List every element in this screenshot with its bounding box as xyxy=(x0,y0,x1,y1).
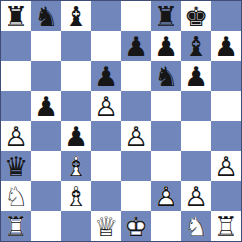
square-c2[interactable]: ♝♗ xyxy=(61,181,91,211)
square-g8[interactable]: ♚ xyxy=(181,1,211,31)
square-b3[interactable] xyxy=(31,151,61,181)
square-e4[interactable]: ♟♙ xyxy=(121,121,151,151)
square-h4[interactable] xyxy=(211,121,241,151)
square-h7[interactable]: ♟ xyxy=(211,31,241,61)
black-pawn-b5: ♟ xyxy=(31,91,61,121)
square-h5[interactable] xyxy=(211,91,241,121)
black-king-g8: ♚ xyxy=(181,1,211,31)
square-f6[interactable]: ♞ xyxy=(151,61,181,91)
screenshot-stage: ♜♞♝♜♚♟♟♝♟♟♞♟♟♟♙♟♙♟♟♙♛♝♗♟♙♞♘♝♗♟♙♟♙♜♖♛♕♚♔♞… xyxy=(0,0,242,242)
square-e5[interactable] xyxy=(121,91,151,121)
square-c7[interactable] xyxy=(61,31,91,61)
square-d6[interactable]: ♟ xyxy=(91,61,121,91)
square-f2[interactable]: ♟♙ xyxy=(151,181,181,211)
black-pawn-c4: ♟ xyxy=(61,121,91,151)
black-rook-f8: ♜ xyxy=(151,1,181,31)
black-pawn-g6: ♟ xyxy=(181,61,211,91)
square-b7[interactable] xyxy=(31,31,61,61)
black-pawn-d6: ♟ xyxy=(91,61,121,91)
white-rook-a1: ♜♖ xyxy=(1,211,31,241)
white-king-e1: ♚♔ xyxy=(121,211,151,241)
white-pawn-g2: ♟♙ xyxy=(181,181,211,211)
square-f8[interactable]: ♜ xyxy=(151,1,181,31)
square-d8[interactable] xyxy=(91,1,121,31)
chess-board: ♜♞♝♜♚♟♟♝♟♟♞♟♟♟♙♟♙♟♟♙♛♝♗♟♙♞♘♝♗♟♙♟♙♜♖♛♕♚♔♞… xyxy=(0,0,242,242)
square-c3[interactable]: ♝♗ xyxy=(61,151,91,181)
square-g4[interactable] xyxy=(181,121,211,151)
black-pawn-h7: ♟ xyxy=(211,31,241,61)
square-f4[interactable] xyxy=(151,121,181,151)
square-c6[interactable] xyxy=(61,61,91,91)
square-b8[interactable]: ♞ xyxy=(31,1,61,31)
square-e1[interactable]: ♚♔ xyxy=(121,211,151,241)
square-h3[interactable]: ♟♙ xyxy=(211,151,241,181)
square-f5[interactable] xyxy=(151,91,181,121)
black-knight-b8: ♞ xyxy=(31,1,61,31)
square-a6[interactable] xyxy=(1,61,31,91)
square-c1[interactable] xyxy=(61,211,91,241)
square-f3[interactable] xyxy=(151,151,181,181)
square-g6[interactable]: ♟ xyxy=(181,61,211,91)
black-queen-a3: ♛ xyxy=(1,151,31,181)
square-e6[interactable] xyxy=(121,61,151,91)
square-f7[interactable]: ♟ xyxy=(151,31,181,61)
square-a7[interactable] xyxy=(1,31,31,61)
square-g2[interactable]: ♟♙ xyxy=(181,181,211,211)
square-e3[interactable] xyxy=(121,151,151,181)
square-a5[interactable] xyxy=(1,91,31,121)
white-queen-d1: ♛♕ xyxy=(91,211,121,241)
square-e8[interactable] xyxy=(121,1,151,31)
square-h1[interactable]: ♜♖ xyxy=(211,211,241,241)
square-c5[interactable] xyxy=(61,91,91,121)
square-b2[interactable] xyxy=(31,181,61,211)
square-a3[interactable]: ♛ xyxy=(1,151,31,181)
square-g5[interactable] xyxy=(181,91,211,121)
white-pawn-e4: ♟♙ xyxy=(121,121,151,151)
square-c4[interactable]: ♟ xyxy=(61,121,91,151)
square-b1[interactable] xyxy=(31,211,61,241)
black-knight-f6: ♞ xyxy=(151,61,181,91)
square-b5[interactable]: ♟ xyxy=(31,91,61,121)
white-knight-g1: ♞♘ xyxy=(181,211,211,241)
square-d7[interactable] xyxy=(91,31,121,61)
square-f1[interactable] xyxy=(151,211,181,241)
square-e2[interactable] xyxy=(121,181,151,211)
square-a1[interactable]: ♜♖ xyxy=(1,211,31,241)
white-bishop-c2: ♝♗ xyxy=(61,181,91,211)
white-pawn-d5: ♟♙ xyxy=(91,91,121,121)
white-pawn-f2: ♟♙ xyxy=(151,181,181,211)
square-a4[interactable]: ♟♙ xyxy=(1,121,31,151)
square-d4[interactable] xyxy=(91,121,121,151)
square-d2[interactable] xyxy=(91,181,121,211)
square-a8[interactable]: ♜ xyxy=(1,1,31,31)
square-g3[interactable] xyxy=(181,151,211,181)
square-d3[interactable] xyxy=(91,151,121,181)
square-e7[interactable]: ♟ xyxy=(121,31,151,61)
black-rook-a8: ♜ xyxy=(1,1,31,31)
black-bishop-g7: ♝ xyxy=(181,31,211,61)
white-knight-a2: ♞♘ xyxy=(1,181,31,211)
square-b6[interactable] xyxy=(31,61,61,91)
square-g7[interactable]: ♝ xyxy=(181,31,211,61)
square-h6[interactable] xyxy=(211,61,241,91)
white-pawn-h3: ♟♙ xyxy=(211,151,241,181)
white-rook-h1: ♜♖ xyxy=(211,211,241,241)
square-d5[interactable]: ♟♙ xyxy=(91,91,121,121)
square-h2[interactable] xyxy=(211,181,241,211)
white-pawn-a4: ♟♙ xyxy=(1,121,31,151)
black-pawn-f7: ♟ xyxy=(151,31,181,61)
square-a2[interactable]: ♞♘ xyxy=(1,181,31,211)
white-bishop-c3: ♝♗ xyxy=(61,151,91,181)
square-d1[interactable]: ♛♕ xyxy=(91,211,121,241)
black-bishop-c8: ♝ xyxy=(61,1,91,31)
square-c8[interactable]: ♝ xyxy=(61,1,91,31)
square-b4[interactable] xyxy=(31,121,61,151)
black-pawn-e7: ♟ xyxy=(121,31,151,61)
square-h8[interactable] xyxy=(211,1,241,31)
square-g1[interactable]: ♞♘ xyxy=(181,211,211,241)
